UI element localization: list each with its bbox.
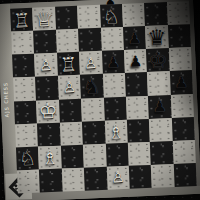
board-square[interactable]: [14, 100, 37, 124]
chessboard-photo: AJS CHESS ♖♕♘♟♛♙♖♙♟♟♚♙♞♟♔♟♗♘♗♙ ♟: [0, 0, 200, 200]
captured-piece-on-rim[interactable]: ♟: [105, 0, 116, 6]
board-square[interactable]: [77, 5, 100, 29]
board-square[interactable]: [83, 144, 106, 168]
board-square[interactable]: [62, 168, 85, 192]
board-square[interactable]: [61, 144, 84, 168]
board-square[interactable]: ♞: [80, 74, 103, 98]
board-square[interactable]: ♙: [106, 166, 129, 190]
chess-piece-wP[interactable]: ♙: [79, 51, 102, 75]
board-square[interactable]: [125, 72, 148, 96]
board-square[interactable]: ♛: [145, 25, 168, 49]
chess-piece-wP[interactable]: ♙: [58, 75, 81, 99]
chess-piece-wN[interactable]: ♘: [100, 4, 123, 28]
board-square[interactable]: [144, 2, 167, 26]
board-square[interactable]: [168, 24, 191, 48]
board-square[interactable]: [82, 120, 105, 144]
board-square[interactable]: ♙: [34, 53, 57, 77]
board-square[interactable]: [147, 71, 170, 95]
board-square[interactable]: [102, 73, 125, 97]
chess-piece-bN[interactable]: ♞: [80, 74, 103, 98]
board-square[interactable]: [169, 47, 192, 71]
board-square[interactable]: [172, 140, 195, 164]
board-square[interactable]: [17, 169, 40, 193]
board-square[interactable]: [105, 143, 128, 167]
board-square[interactable]: [122, 3, 145, 27]
board-square[interactable]: ♟: [123, 26, 146, 50]
board-square[interactable]: [128, 142, 151, 166]
chess-piece-bP[interactable]: ♟: [123, 26, 146, 50]
board-square[interactable]: [84, 167, 107, 191]
board-square[interactable]: ♟: [101, 50, 124, 74]
chess-piece-bP[interactable]: ♟: [148, 95, 171, 119]
chess-piece-wQ[interactable]: ♕: [32, 7, 55, 31]
board-grid: ♖♕♘♟♛♙♖♙♟♟♚♙♞♟♔♟♗♘♗♙: [10, 1, 197, 193]
chess-board: AJS CHESS ♖♕♘♟♛♙♖♙♟♟♚♙♞♟♔♟♗♘♗♙ ♟: [0, 0, 200, 200]
board-square[interactable]: [150, 141, 173, 165]
board-square[interactable]: [78, 28, 101, 52]
board-square[interactable]: [173, 163, 196, 187]
chess-piece-wB[interactable]: ♗: [104, 119, 127, 143]
board-square[interactable]: [56, 29, 79, 53]
board-square[interactable]: ♟: [124, 49, 147, 73]
chess-piece-bQ[interactable]: ♛: [145, 25, 168, 49]
chess-piece-bP[interactable]: ♟: [101, 50, 124, 74]
board-square[interactable]: ♖: [10, 8, 33, 32]
board-square[interactable]: [103, 96, 126, 120]
chess-piece-wB[interactable]: ♗: [38, 145, 61, 169]
board-square[interactable]: ♗: [38, 145, 61, 169]
board-square[interactable]: [149, 118, 172, 142]
board-square[interactable]: ♘: [16, 146, 39, 170]
chess-piece-wP[interactable]: ♙: [34, 53, 57, 77]
chess-piece-bP[interactable]: ♟: [124, 49, 147, 73]
board-square[interactable]: [11, 31, 34, 55]
board-square[interactable]: [129, 165, 152, 189]
chess-piece-bP[interactable]: ♟: [170, 70, 193, 94]
board-brand-text: AJS CHESS: [2, 82, 9, 118]
chess-piece-wP[interactable]: ♙: [106, 166, 129, 190]
board-square[interactable]: [170, 94, 193, 118]
board-square[interactable]: ♖: [57, 52, 80, 76]
board-square[interactable]: ♕: [32, 7, 55, 31]
board-square[interactable]: ♘: [100, 4, 123, 28]
board-square[interactable]: [101, 27, 124, 51]
board-square[interactable]: [60, 121, 83, 145]
board-square[interactable]: [33, 30, 56, 54]
board-square[interactable]: ♗: [104, 119, 127, 143]
chess-piece-bK[interactable]: ♚: [146, 48, 169, 72]
board-square[interactable]: [126, 95, 149, 119]
board-square[interactable]: [127, 119, 150, 143]
board-square[interactable]: [171, 117, 194, 141]
chess-piece-wN[interactable]: ♘: [16, 146, 39, 170]
board-square[interactable]: [59, 98, 82, 122]
board-square[interactable]: [39, 169, 62, 193]
board-square[interactable]: [15, 123, 38, 147]
board-square[interactable]: [167, 1, 190, 25]
board-square[interactable]: [81, 97, 104, 121]
board-square[interactable]: ♔: [36, 99, 59, 123]
board-square[interactable]: ♟: [148, 95, 171, 119]
chess-piece-wR[interactable]: ♖: [10, 8, 33, 32]
board-square[interactable]: [151, 164, 174, 188]
chess-piece-wR[interactable]: ♖: [57, 52, 80, 76]
board-square[interactable]: ♚: [146, 48, 169, 72]
chess-piece-wK[interactable]: ♔: [36, 99, 59, 123]
board-square[interactable]: [55, 6, 78, 30]
board-square[interactable]: [37, 122, 60, 146]
board-square[interactable]: ♙: [79, 51, 102, 75]
board-square[interactable]: [35, 76, 58, 100]
board-square[interactable]: [13, 77, 36, 101]
board-square[interactable]: ♙: [58, 75, 81, 99]
board-square[interactable]: [12, 54, 35, 78]
board-square[interactable]: ♟: [170, 70, 193, 94]
